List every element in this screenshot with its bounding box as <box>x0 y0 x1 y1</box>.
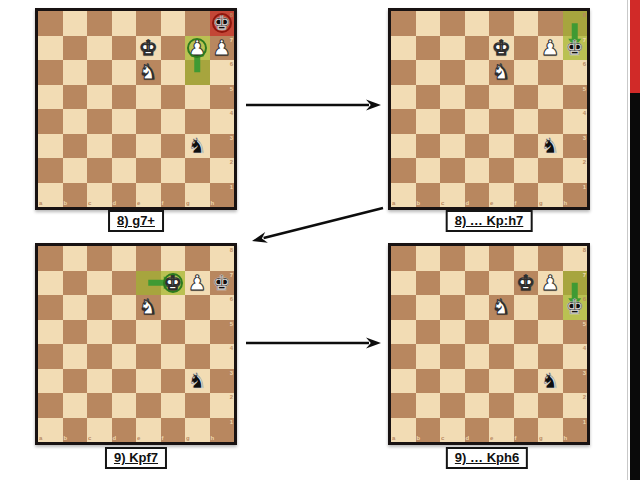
flow-arrow-2 <box>252 208 383 243</box>
square-b7 <box>416 271 441 296</box>
square-c5 <box>87 320 112 345</box>
square-d1: d <box>112 418 137 443</box>
square-g5 <box>185 320 210 345</box>
square-f1: f <box>514 183 539 208</box>
square-b5 <box>63 85 88 110</box>
square-e8 <box>489 246 514 271</box>
piece-bN-g3: ♞ <box>185 134 210 159</box>
square-g5 <box>538 85 563 110</box>
square-c8 <box>87 246 112 271</box>
square-h5: 5 <box>210 320 235 345</box>
square-a3 <box>391 369 416 394</box>
square-d7 <box>112 271 137 296</box>
square-c2 <box>87 158 112 183</box>
rank-label: 1 <box>583 419 586 425</box>
square-b2 <box>416 393 441 418</box>
square-h2: 2 <box>210 158 235 183</box>
square-b6 <box>416 60 441 85</box>
file-label: e <box>490 435 493 441</box>
square-a4 <box>391 344 416 369</box>
piece-bK-h7: ♚ <box>210 271 235 296</box>
square-a2 <box>391 158 416 183</box>
square-g1: g <box>538 418 563 443</box>
piece-wK-f7: ♚ <box>514 271 539 296</box>
file-label: a <box>392 435 395 441</box>
square-e1: e <box>489 183 514 208</box>
move-caption-2: 8) … Kp:h7 <box>446 210 533 232</box>
file-label: d <box>113 200 117 206</box>
square-f6 <box>161 295 186 320</box>
square-g8 <box>185 246 210 271</box>
file-label: f <box>162 200 164 206</box>
square-d5 <box>112 320 137 345</box>
square-h1: 1h <box>563 418 588 443</box>
file-label: b <box>417 435 421 441</box>
file-label: c <box>441 200 444 206</box>
square-h1: 1h <box>563 183 588 208</box>
square-f5 <box>161 85 186 110</box>
square-d4 <box>112 344 137 369</box>
file-label: d <box>466 200 470 206</box>
file-label: h <box>211 435 215 441</box>
rank-label: 6 <box>230 296 233 302</box>
square-e8 <box>136 246 161 271</box>
piece-wN-e6: ♞ <box>489 295 514 320</box>
rank-label: 2 <box>230 394 233 400</box>
rank-label: 4 <box>230 345 233 351</box>
square-h3: 3 <box>210 134 235 159</box>
square-c7 <box>440 271 465 296</box>
square-g2 <box>538 393 563 418</box>
square-c6 <box>440 60 465 85</box>
file-label: e <box>490 200 493 206</box>
square-f3 <box>161 369 186 394</box>
square-a2 <box>38 393 63 418</box>
rank-label: 6 <box>230 61 233 67</box>
square-b8 <box>63 246 88 271</box>
square-b7 <box>63 271 88 296</box>
square-h3: 3 <box>563 134 588 159</box>
square-g4 <box>538 344 563 369</box>
square-e5 <box>136 85 161 110</box>
square-g1: g <box>185 418 210 443</box>
file-label: h <box>564 435 568 441</box>
square-e3 <box>136 369 161 394</box>
square-f2 <box>161 393 186 418</box>
square-a3 <box>38 369 63 394</box>
rank-label: 2 <box>583 159 586 165</box>
square-c6 <box>87 295 112 320</box>
square-a8 <box>391 246 416 271</box>
rank-label: 7 <box>583 272 586 278</box>
square-d5 <box>112 85 137 110</box>
square-d5 <box>465 85 490 110</box>
rank-label: 3 <box>230 370 233 376</box>
rank-label: 3 <box>583 370 586 376</box>
file-label: g <box>186 200 190 206</box>
square-d1: d <box>112 183 137 208</box>
file-label: f <box>162 435 164 441</box>
square-a6 <box>391 60 416 85</box>
square-f3 <box>161 134 186 159</box>
file-label: a <box>39 435 42 441</box>
square-b6 <box>63 295 88 320</box>
square-c3 <box>440 369 465 394</box>
square-c5 <box>440 320 465 345</box>
square-b4 <box>63 109 88 134</box>
file-label: g <box>186 435 190 441</box>
square-g8 <box>538 11 563 36</box>
rank-label: 1 <box>230 419 233 425</box>
square-a8 <box>38 246 63 271</box>
square-d4 <box>465 109 490 134</box>
square-c6 <box>440 295 465 320</box>
move-caption-1: 8) g7+ <box>108 210 164 232</box>
square-c2 <box>440 158 465 183</box>
file-label: g <box>539 435 543 441</box>
square-h5: 5 <box>563 85 588 110</box>
square-h6: 6 <box>210 295 235 320</box>
square-d3 <box>112 369 137 394</box>
square-b2 <box>63 158 88 183</box>
square-d5 <box>465 320 490 345</box>
square-a1: a <box>38 183 63 208</box>
square-b4 <box>416 344 441 369</box>
square-a5 <box>391 320 416 345</box>
piece-bN-g3: ♞ <box>538 369 563 394</box>
square-e8 <box>136 11 161 36</box>
square-d1: d <box>465 183 490 208</box>
square-a8 <box>38 11 63 36</box>
square-b3 <box>416 369 441 394</box>
square-d3 <box>112 134 137 159</box>
square-b4 <box>63 344 88 369</box>
square-h4: 4 <box>210 109 235 134</box>
square-c4 <box>87 109 112 134</box>
square-a4 <box>391 109 416 134</box>
square-a5 <box>38 320 63 345</box>
square-e7 <box>489 271 514 296</box>
square-d6 <box>465 60 490 85</box>
square-c2 <box>440 393 465 418</box>
square-a7 <box>38 36 63 61</box>
square-a3 <box>391 134 416 159</box>
square-a1: a <box>38 418 63 443</box>
square-b7 <box>63 36 88 61</box>
file-label: c <box>441 435 444 441</box>
square-f4 <box>161 344 186 369</box>
square-e1: e <box>136 418 161 443</box>
file-label: g <box>539 200 543 206</box>
square-c1: c <box>440 418 465 443</box>
square-d3 <box>465 369 490 394</box>
square-e1: e <box>489 418 514 443</box>
square-d6 <box>112 295 137 320</box>
file-label: c <box>88 435 91 441</box>
square-g5 <box>185 85 210 110</box>
piece-wK-e7: ♚ <box>136 36 161 61</box>
square-d7 <box>465 271 490 296</box>
piece-wN-e6: ♞ <box>136 295 161 320</box>
square-g2 <box>185 393 210 418</box>
square-g2 <box>185 158 210 183</box>
chess-board-3: 8765432abcdefg1h♚♚♟♞♞ <box>35 243 237 445</box>
move-caption-3: 9) Kpf7 <box>105 447 167 469</box>
piece-bK-h6: ♚ <box>563 295 588 320</box>
square-e3 <box>136 134 161 159</box>
file-label: f <box>515 200 517 206</box>
square-g8 <box>538 246 563 271</box>
square-g1: g <box>538 183 563 208</box>
square-e3 <box>489 134 514 159</box>
square-e5 <box>136 320 161 345</box>
square-e4 <box>489 109 514 134</box>
square-h2: 2 <box>563 158 588 183</box>
rank-label: 8 <box>583 247 586 253</box>
file-label: d <box>113 435 117 441</box>
rank-label: 4 <box>583 110 586 116</box>
square-c5 <box>440 85 465 110</box>
square-d6 <box>465 295 490 320</box>
square-h4: 4 <box>563 109 588 134</box>
file-label: b <box>64 200 68 206</box>
square-b1: b <box>63 418 88 443</box>
square-f3 <box>514 369 539 394</box>
piece-bK-h7: ♚ <box>563 36 588 61</box>
square-f8 <box>161 11 186 36</box>
square-b8 <box>63 11 88 36</box>
square-c4 <box>87 344 112 369</box>
square-f5 <box>161 320 186 345</box>
rank-label: 2 <box>230 159 233 165</box>
square-e4 <box>136 344 161 369</box>
square-b2 <box>416 158 441 183</box>
square-d8 <box>465 11 490 36</box>
rank-label: 4 <box>230 110 233 116</box>
square-e2 <box>489 158 514 183</box>
square-e5 <box>489 320 514 345</box>
rank-label: 3 <box>230 135 233 141</box>
square-a6 <box>38 295 63 320</box>
square-e1: e <box>136 183 161 208</box>
square-b5 <box>63 320 88 345</box>
square-b3 <box>63 369 88 394</box>
piece-wP-g7: ♟ <box>538 36 563 61</box>
square-f6 <box>514 295 539 320</box>
square-a6 <box>38 60 63 85</box>
square-d8 <box>112 246 137 271</box>
square-g1: g <box>185 183 210 208</box>
square-g4 <box>185 344 210 369</box>
square-c3 <box>87 134 112 159</box>
square-d7 <box>465 36 490 61</box>
square-h4: 4 <box>210 344 235 369</box>
square-f2 <box>514 393 539 418</box>
piece-wP-g7: ♟ <box>185 271 210 296</box>
square-f3 <box>514 134 539 159</box>
file-label: e <box>137 435 140 441</box>
rank-label: 8 <box>230 247 233 253</box>
square-e8 <box>489 11 514 36</box>
rank-label: 8 <box>583 12 586 18</box>
square-b7 <box>416 36 441 61</box>
square-d6 <box>112 60 137 85</box>
piece-wN-e6: ♞ <box>136 60 161 85</box>
square-c1: c <box>87 183 112 208</box>
square-c8 <box>440 246 465 271</box>
square-g6 <box>538 60 563 85</box>
move-caption-4: 9) … Kph6 <box>446 447 528 469</box>
file-label: d <box>466 435 470 441</box>
square-c1: c <box>440 183 465 208</box>
square-g8 <box>185 11 210 36</box>
square-g4 <box>185 109 210 134</box>
square-b1: b <box>416 183 441 208</box>
file-label: c <box>88 200 91 206</box>
square-f1: f <box>161 183 186 208</box>
flow-arrow-3 <box>246 338 381 349</box>
square-h7: 7 <box>563 271 588 296</box>
square-h8: 8 <box>563 246 588 271</box>
square-b8 <box>416 246 441 271</box>
red-accent-bar <box>630 0 640 93</box>
file-label: h <box>564 200 568 206</box>
square-f6 <box>514 60 539 85</box>
rank-label: 1 <box>583 184 586 190</box>
file-label: b <box>417 200 421 206</box>
square-f6 <box>161 60 186 85</box>
square-b3 <box>63 134 88 159</box>
square-h5: 5 <box>210 85 235 110</box>
square-f2 <box>514 158 539 183</box>
square-h8: 8 <box>210 246 235 271</box>
square-f1: f <box>514 418 539 443</box>
square-h3: 3 <box>563 369 588 394</box>
square-c4 <box>440 344 465 369</box>
square-f4 <box>514 109 539 134</box>
square-h1: 1h <box>210 183 235 208</box>
square-h5: 5 <box>563 320 588 345</box>
square-c3 <box>87 369 112 394</box>
square-f1: f <box>161 418 186 443</box>
chess-board-1: 8765432abcdefg1h♚♚♟♟♞♞ <box>35 8 237 210</box>
square-h8: 8 <box>563 11 588 36</box>
square-e4 <box>136 109 161 134</box>
square-a1: a <box>391 418 416 443</box>
square-a7 <box>38 271 63 296</box>
piece-wK-f7: ♚ <box>161 271 186 296</box>
square-b1: b <box>416 418 441 443</box>
square-h2: 2 <box>210 393 235 418</box>
square-f2 <box>161 158 186 183</box>
square-a4 <box>38 109 63 134</box>
piece-wK-e7: ♚ <box>489 36 514 61</box>
square-b6 <box>63 60 88 85</box>
square-a2 <box>391 393 416 418</box>
square-e4 <box>489 344 514 369</box>
square-a3 <box>38 134 63 159</box>
square-f7 <box>514 36 539 61</box>
square-h6: 6 <box>563 60 588 85</box>
square-c8 <box>440 11 465 36</box>
black-edge-bar <box>630 93 640 480</box>
square-a6 <box>391 295 416 320</box>
square-b1: b <box>63 183 88 208</box>
square-a1: a <box>391 183 416 208</box>
square-c8 <box>87 11 112 36</box>
square-b2 <box>63 393 88 418</box>
square-c5 <box>87 85 112 110</box>
square-a4 <box>38 344 63 369</box>
piece-bN-g3: ♞ <box>185 369 210 394</box>
square-d4 <box>112 109 137 134</box>
square-b3 <box>416 134 441 159</box>
square-g6 <box>185 295 210 320</box>
square-h3: 3 <box>210 369 235 394</box>
square-c7 <box>87 36 112 61</box>
square-d2 <box>465 158 490 183</box>
square-d8 <box>112 11 137 36</box>
square-a2 <box>38 158 63 183</box>
square-c1: c <box>87 418 112 443</box>
file-label: b <box>64 435 68 441</box>
square-c6 <box>87 60 112 85</box>
square-a5 <box>391 85 416 110</box>
square-f4 <box>161 109 186 134</box>
square-h1: 1h <box>210 418 235 443</box>
file-label: a <box>39 200 42 206</box>
square-c7 <box>87 271 112 296</box>
file-label: e <box>137 200 140 206</box>
square-d2 <box>465 393 490 418</box>
square-g6 <box>185 60 210 85</box>
rank-label: 4 <box>583 345 586 351</box>
square-c2 <box>87 393 112 418</box>
square-f4 <box>514 344 539 369</box>
square-g6 <box>538 295 563 320</box>
square-c3 <box>440 134 465 159</box>
square-f5 <box>514 85 539 110</box>
square-b5 <box>416 320 441 345</box>
square-f8 <box>161 246 186 271</box>
rank-label: 5 <box>230 86 233 92</box>
square-b8 <box>416 11 441 36</box>
rank-label: 2 <box>583 394 586 400</box>
square-f7 <box>161 36 186 61</box>
square-g2 <box>538 158 563 183</box>
square-e2 <box>136 158 161 183</box>
square-e5 <box>489 85 514 110</box>
square-a8 <box>391 11 416 36</box>
edge-divider-line <box>627 0 628 480</box>
square-e7 <box>136 271 161 296</box>
rank-label: 6 <box>583 61 586 67</box>
square-g5 <box>538 320 563 345</box>
square-d1: d <box>465 418 490 443</box>
square-h4: 4 <box>563 344 588 369</box>
square-b4 <box>416 109 441 134</box>
square-e3 <box>489 369 514 394</box>
square-d4 <box>465 344 490 369</box>
square-b6 <box>416 295 441 320</box>
piece-wP-h7: ♟ <box>210 36 235 61</box>
rank-label: 5 <box>230 321 233 327</box>
square-h2: 2 <box>563 393 588 418</box>
square-a5 <box>38 85 63 110</box>
square-g4 <box>538 109 563 134</box>
square-f5 <box>514 320 539 345</box>
square-f8 <box>514 246 539 271</box>
